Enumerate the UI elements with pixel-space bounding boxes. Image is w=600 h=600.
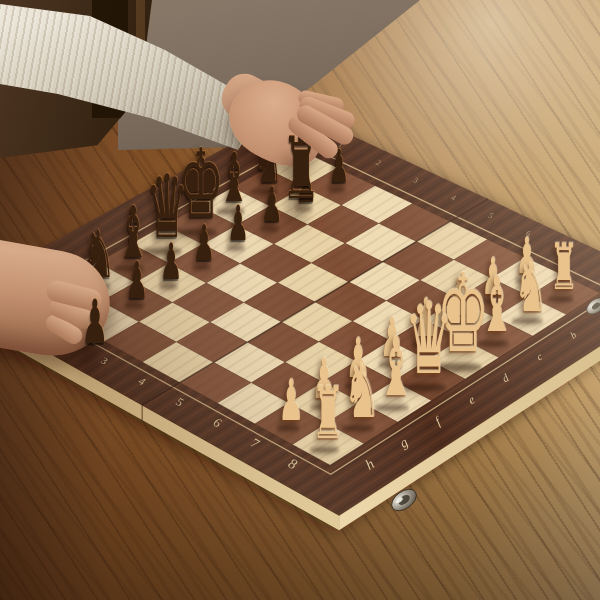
piece-black-pawn-e2[interactable]: ♟ [193,218,215,267]
piece-black-pawn-c2[interactable]: ♟ [261,181,282,229]
piece-black-pawn-f2[interactable]: ♟ [159,237,182,287]
held-piece-black-pawn-left-hand[interactable]: ♟ [81,291,108,352]
piece-white-knight-g8[interactable]: ♞ [343,354,380,428]
piece-white-rook-a8[interactable]: ♜ [550,236,579,300]
piece-black-pawn-g2[interactable]: ♟ [125,255,148,306]
piece-white-bishop-f8[interactable]: ♝ [377,327,415,408]
piece-black-pawn-d2[interactable]: ♟ [227,200,249,249]
piece-white-rook-h8[interactable]: ♜ [312,377,345,450]
photo-stage: 12345678abcdefgh12345678 ♟♞♟♝♟♚♛♟♝♟♟♞♟♜♟… [0,0,600,600]
piece-white-knight-b8[interactable]: ♞ [514,254,548,322]
piece-white-pawn-h7[interactable]: ♟ [278,371,304,428]
